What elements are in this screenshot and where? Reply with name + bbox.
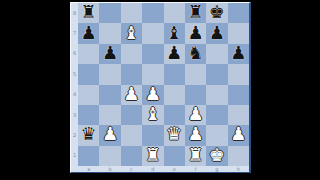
square-f5[interactable] — [185, 64, 206, 84]
file-label-d: d — [142, 166, 163, 172]
square-f8[interactable]: ♜ — [185, 3, 206, 23]
square-h1[interactable] — [228, 146, 249, 166]
piece-black-pawn: ♟ — [81, 24, 97, 42]
square-g5[interactable] — [206, 64, 227, 84]
piece-black-knight: ♞ — [187, 44, 203, 62]
square-g1[interactable]: ♚ — [206, 146, 227, 166]
square-b3[interactable] — [99, 105, 120, 125]
square-f3[interactable]: ♟ — [185, 105, 206, 125]
square-b2[interactable]: ♟ — [99, 125, 120, 145]
square-a4[interactable] — [78, 85, 99, 105]
piece-black-rook: ♜ — [81, 3, 97, 21]
square-a8[interactable]: ♜ — [78, 3, 99, 23]
piece-white-pawn: ♟ — [187, 125, 203, 143]
board-frame-corner — [71, 166, 78, 172]
rank-label-6: 6 — [71, 44, 78, 64]
square-h6[interactable]: ♟ — [228, 44, 249, 64]
rank-label-1: 1 — [71, 146, 78, 166]
square-h8[interactable] — [228, 3, 249, 23]
square-e2[interactable]: ♛ — [164, 125, 185, 145]
file-label-c: c — [121, 166, 142, 172]
piece-white-pawn: ♟ — [230, 125, 246, 143]
square-g6[interactable] — [206, 44, 227, 64]
square-h7[interactable] — [228, 23, 249, 43]
square-f2[interactable]: ♟ — [185, 125, 206, 145]
piece-white-king: ♚ — [209, 146, 225, 164]
square-d7[interactable] — [142, 23, 163, 43]
square-e5[interactable] — [164, 64, 185, 84]
square-g7[interactable]: ♟ — [206, 23, 227, 43]
letterboxed-background: 87654321 ♜♜♚♟♝♝♟♟♟♟♞♟♟♟♝♟♛♟♛♟♟♜♜♚ abcdef… — [0, 0, 320, 180]
square-f7[interactable]: ♟ — [185, 23, 206, 43]
square-e4[interactable] — [164, 85, 185, 105]
piece-black-bishop: ♝ — [166, 24, 182, 42]
piece-white-pawn: ♟ — [102, 125, 118, 143]
piece-white-rook: ♜ — [187, 146, 203, 164]
square-e8[interactable] — [164, 3, 185, 23]
board-squares: ♜♜♚♟♝♝♟♟♟♟♞♟♟♟♝♟♛♟♛♟♟♜♜♚ — [78, 3, 249, 166]
square-c3[interactable] — [121, 105, 142, 125]
square-h5[interactable] — [228, 64, 249, 84]
piece-black-pawn: ♟ — [166, 44, 182, 62]
square-d2[interactable] — [142, 125, 163, 145]
piece-white-bishop: ♝ — [123, 24, 139, 42]
rank-label-4: 4 — [71, 85, 78, 105]
piece-white-queen: ♛ — [166, 125, 182, 143]
square-b8[interactable] — [99, 3, 120, 23]
square-g3[interactable] — [206, 105, 227, 125]
piece-black-pawn: ♟ — [230, 44, 246, 62]
rank-label-7: 7 — [71, 23, 78, 43]
file-label-g: g — [206, 166, 227, 172]
square-f4[interactable] — [185, 85, 206, 105]
square-c1[interactable] — [121, 146, 142, 166]
square-a3[interactable] — [78, 105, 99, 125]
piece-white-pawn: ♟ — [145, 85, 161, 103]
square-c8[interactable] — [121, 3, 142, 23]
rank-label-8: 8 — [71, 3, 78, 23]
square-c2[interactable] — [121, 125, 142, 145]
chess-board: 87654321 ♜♜♚♟♝♝♟♟♟♟♞♟♟♟♝♟♛♟♛♟♟♜♜♚ abcdef… — [70, 2, 251, 173]
square-d1[interactable]: ♜ — [142, 146, 163, 166]
piece-black-rook: ♜ — [187, 3, 203, 21]
square-b6[interactable]: ♟ — [99, 44, 120, 64]
square-d8[interactable] — [142, 3, 163, 23]
rank-label-3: 3 — [71, 105, 78, 125]
square-f6[interactable]: ♞ — [185, 44, 206, 64]
square-g2[interactable] — [206, 125, 227, 145]
file-labels: abcdefgh — [78, 166, 249, 172]
square-d3[interactable]: ♝ — [142, 105, 163, 125]
file-label-e: e — [164, 166, 185, 172]
square-g4[interactable] — [206, 85, 227, 105]
square-h2[interactable]: ♟ — [228, 125, 249, 145]
square-a1[interactable] — [78, 146, 99, 166]
square-b7[interactable] — [99, 23, 120, 43]
square-g8[interactable]: ♚ — [206, 3, 227, 23]
piece-white-bishop: ♝ — [145, 105, 161, 123]
square-a2[interactable]: ♛ — [78, 125, 99, 145]
rank-label-2: 2 — [71, 125, 78, 145]
square-c7[interactable]: ♝ — [121, 23, 142, 43]
square-h3[interactable] — [228, 105, 249, 125]
square-c6[interactable] — [121, 44, 142, 64]
file-label-a: a — [78, 166, 99, 172]
square-e6[interactable]: ♟ — [164, 44, 185, 64]
square-b5[interactable] — [99, 64, 120, 84]
file-label-f: f — [185, 166, 206, 172]
piece-white-pawn: ♟ — [187, 105, 203, 123]
piece-white-rook: ♜ — [145, 146, 161, 164]
file-label-h: h — [228, 166, 249, 172]
square-h4[interactable] — [228, 85, 249, 105]
square-c4[interactable]: ♟ — [121, 85, 142, 105]
piece-white-pawn: ♟ — [123, 85, 139, 103]
square-b1[interactable] — [99, 146, 120, 166]
square-a6[interactable] — [78, 44, 99, 64]
square-a7[interactable]: ♟ — [78, 23, 99, 43]
rank-label-5: 5 — [71, 64, 78, 84]
square-a5[interactable] — [78, 64, 99, 84]
square-b4[interactable] — [99, 85, 120, 105]
piece-black-pawn: ♟ — [187, 24, 203, 42]
rank-labels: 87654321 — [71, 3, 78, 166]
piece-black-pawn: ♟ — [102, 44, 118, 62]
square-f1[interactable]: ♜ — [185, 146, 206, 166]
square-c5[interactable] — [121, 64, 142, 84]
file-label-b: b — [99, 166, 120, 172]
square-e7[interactable]: ♝ — [164, 23, 185, 43]
square-e3[interactable] — [164, 105, 185, 125]
square-d6[interactable] — [142, 44, 163, 64]
piece-black-queen: ♛ — [81, 125, 97, 143]
square-d4[interactable]: ♟ — [142, 85, 163, 105]
piece-black-pawn: ♟ — [209, 24, 225, 42]
square-e1[interactable] — [164, 146, 185, 166]
square-d5[interactable] — [142, 64, 163, 84]
piece-black-king: ♚ — [209, 3, 225, 21]
